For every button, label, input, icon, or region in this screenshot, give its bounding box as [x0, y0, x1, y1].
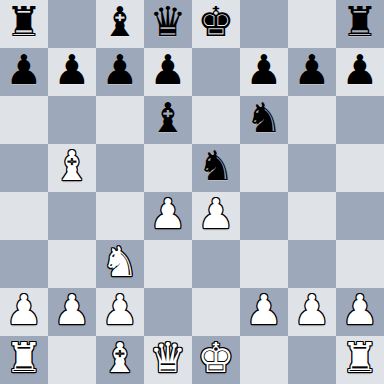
square-a4[interactable] — [0, 192, 48, 240]
square-b2[interactable]: ♟ — [48, 288, 96, 336]
square-g2[interactable]: ♟ — [288, 288, 336, 336]
square-b4[interactable] — [48, 192, 96, 240]
piece-white-rook[interactable]: ♜ — [6, 334, 43, 382]
piece-white-bishop[interactable]: ♝ — [54, 142, 91, 190]
square-a6[interactable] — [0, 96, 48, 144]
square-g1[interactable] — [288, 336, 336, 384]
square-b6[interactable] — [48, 96, 96, 144]
piece-black-knight[interactable]: ♞ — [246, 94, 283, 142]
piece-black-bishop[interactable]: ♝ — [102, 0, 139, 46]
square-a1[interactable]: ♜ — [0, 336, 48, 384]
piece-white-rook[interactable]: ♜ — [342, 334, 379, 382]
square-h5[interactable] — [336, 144, 384, 192]
square-f8[interactable] — [240, 0, 288, 48]
piece-white-pawn[interactable]: ♟ — [198, 190, 235, 238]
piece-white-bishop[interactable]: ♝ — [102, 334, 139, 382]
square-a7[interactable]: ♟ — [0, 48, 48, 96]
square-g8[interactable] — [288, 0, 336, 48]
square-b1[interactable] — [48, 336, 96, 384]
square-e5[interactable]: ♞ — [192, 144, 240, 192]
piece-white-knight[interactable]: ♞ — [102, 238, 139, 286]
square-f2[interactable]: ♟ — [240, 288, 288, 336]
piece-black-knight[interactable]: ♞ — [198, 142, 235, 190]
square-g3[interactable] — [288, 240, 336, 288]
square-c8[interactable]: ♝ — [96, 0, 144, 48]
square-h4[interactable] — [336, 192, 384, 240]
square-d3[interactable] — [144, 240, 192, 288]
piece-white-pawn[interactable]: ♟ — [150, 190, 187, 238]
square-e2[interactable] — [192, 288, 240, 336]
piece-white-pawn[interactable]: ♟ — [294, 286, 331, 334]
square-g4[interactable] — [288, 192, 336, 240]
square-f4[interactable] — [240, 192, 288, 240]
piece-black-pawn[interactable]: ♟ — [6, 46, 43, 94]
square-f7[interactable]: ♟ — [240, 48, 288, 96]
square-c6[interactable] — [96, 96, 144, 144]
square-c4[interactable] — [96, 192, 144, 240]
chess-board: ♜♝♛♚♜♟♟♟♟♟♟♟♝♞♝♞♟♟♞♟♟♟♟♟♟♜♝♛♚♜ — [0, 0, 384, 384]
square-a8[interactable]: ♜ — [0, 0, 48, 48]
square-b8[interactable] — [48, 0, 96, 48]
square-g5[interactable] — [288, 144, 336, 192]
square-e7[interactable] — [192, 48, 240, 96]
square-b5[interactable]: ♝ — [48, 144, 96, 192]
piece-black-king[interactable]: ♚ — [198, 0, 235, 46]
piece-black-pawn[interactable]: ♟ — [246, 46, 283, 94]
square-h6[interactable] — [336, 96, 384, 144]
square-e1[interactable]: ♚ — [192, 336, 240, 384]
piece-white-pawn[interactable]: ♟ — [342, 286, 379, 334]
square-c2[interactable]: ♟ — [96, 288, 144, 336]
square-e4[interactable]: ♟ — [192, 192, 240, 240]
square-a2[interactable]: ♟ — [0, 288, 48, 336]
square-f3[interactable] — [240, 240, 288, 288]
piece-black-pawn[interactable]: ♟ — [150, 46, 187, 94]
piece-white-pawn[interactable]: ♟ — [102, 286, 139, 334]
piece-black-queen[interactable]: ♛ — [150, 0, 187, 46]
square-d2[interactable] — [144, 288, 192, 336]
piece-white-pawn[interactable]: ♟ — [54, 286, 91, 334]
square-h3[interactable] — [336, 240, 384, 288]
square-h7[interactable]: ♟ — [336, 48, 384, 96]
piece-black-pawn[interactable]: ♟ — [342, 46, 379, 94]
square-h1[interactable]: ♜ — [336, 336, 384, 384]
square-g7[interactable]: ♟ — [288, 48, 336, 96]
square-h8[interactable]: ♜ — [336, 0, 384, 48]
piece-white-pawn[interactable]: ♟ — [246, 286, 283, 334]
piece-black-pawn[interactable]: ♟ — [294, 46, 331, 94]
square-d6[interactable]: ♝ — [144, 96, 192, 144]
piece-black-pawn[interactable]: ♟ — [102, 46, 139, 94]
square-e8[interactable]: ♚ — [192, 0, 240, 48]
square-f6[interactable]: ♞ — [240, 96, 288, 144]
square-c3[interactable]: ♞ — [96, 240, 144, 288]
square-f1[interactable] — [240, 336, 288, 384]
square-h2[interactable]: ♟ — [336, 288, 384, 336]
piece-black-pawn[interactable]: ♟ — [54, 46, 91, 94]
square-c1[interactable]: ♝ — [96, 336, 144, 384]
square-d5[interactable] — [144, 144, 192, 192]
square-a5[interactable] — [0, 144, 48, 192]
square-d4[interactable]: ♟ — [144, 192, 192, 240]
piece-white-queen[interactable]: ♛ — [150, 334, 187, 382]
piece-white-pawn[interactable]: ♟ — [6, 286, 43, 334]
square-a3[interactable] — [0, 240, 48, 288]
square-d8[interactable]: ♛ — [144, 0, 192, 48]
square-g6[interactable] — [288, 96, 336, 144]
square-c5[interactable] — [96, 144, 144, 192]
square-e3[interactable] — [192, 240, 240, 288]
square-b3[interactable] — [48, 240, 96, 288]
square-d7[interactable]: ♟ — [144, 48, 192, 96]
piece-black-rook[interactable]: ♜ — [6, 0, 43, 46]
square-e6[interactable] — [192, 96, 240, 144]
square-c7[interactable]: ♟ — [96, 48, 144, 96]
square-f5[interactable] — [240, 144, 288, 192]
piece-black-rook[interactable]: ♜ — [342, 0, 379, 46]
square-b7[interactable]: ♟ — [48, 48, 96, 96]
piece-white-king[interactable]: ♚ — [198, 334, 235, 382]
piece-black-bishop[interactable]: ♝ — [150, 94, 187, 142]
square-d1[interactable]: ♛ — [144, 336, 192, 384]
